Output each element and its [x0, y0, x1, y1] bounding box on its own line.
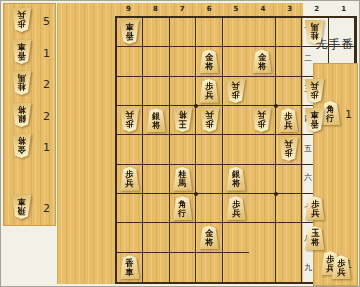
square-8-8[interactable]: [143, 223, 169, 252]
square-7-7[interactable]: 角行: [170, 194, 196, 223]
square-9-1[interactable]: 香車: [117, 18, 143, 47]
square-4-2[interactable]: 金将: [249, 47, 275, 76]
gote-piece-香車[interactable]: 香車: [11, 40, 32, 64]
square-3-4[interactable]: 歩兵: [276, 106, 302, 135]
piece-face: 銀将: [146, 108, 167, 132]
shogi-app-window: 歩兵5香車1桂馬2銀将2金将1飛車2 987654321 香車桂馬金将金将歩兵歩…: [0, 0, 360, 287]
gote-piece-歩兵[interactable]: 歩兵: [199, 108, 220, 132]
square-8-9[interactable]: [143, 253, 169, 282]
square-2-1[interactable]: 桂馬: [302, 18, 328, 47]
file-label-4: 4: [249, 4, 276, 15]
rank-label-9: 九: [303, 252, 313, 282]
piece-face: 香車: [119, 255, 140, 279]
piece-kanji: 歩: [232, 90, 240, 99]
square-4-6[interactable]: [249, 165, 275, 194]
piece-face: 歩兵: [278, 108, 299, 132]
gote-piece-金将[interactable]: 金将: [11, 134, 32, 158]
shogi-board: 987654321 香車桂馬金将金将歩兵歩兵歩兵歩兵銀将王将歩兵歩兵歩兵香車歩兵…: [57, 3, 303, 284]
gote-piece-歩兵[interactable]: 歩兵: [304, 79, 325, 103]
square-9-4[interactable]: 歩兵: [117, 106, 143, 135]
square-8-7[interactable]: [143, 194, 169, 223]
square-3-9[interactable]: [276, 253, 302, 282]
square-5-3[interactable]: 歩兵: [223, 77, 249, 106]
gote-piece-香車[interactable]: 香車: [304, 108, 325, 132]
piece-kanji: 歩: [126, 120, 134, 129]
piece-face: 歩兵: [119, 108, 140, 132]
piece-kanji: 将: [311, 238, 319, 247]
square-8-5[interactable]: [143, 135, 169, 164]
square-4-7[interactable]: [249, 194, 275, 223]
piece-kanji: 桂: [311, 32, 319, 41]
piece-face: 歩兵: [278, 137, 299, 161]
square-6-2[interactable]: 金将: [196, 47, 222, 76]
square-5-8[interactable]: [223, 223, 249, 252]
piece-kanji: 将: [232, 179, 240, 188]
piece-face: 王将: [172, 108, 193, 132]
square-8-3[interactable]: [143, 77, 169, 106]
square-7-2[interactable]: [170, 47, 196, 76]
piece-kanji: 馬: [311, 23, 319, 32]
piece-kanji: 兵: [337, 268, 345, 277]
sente-piece-歩兵[interactable]: 歩兵: [331, 255, 352, 279]
piece-kanji: 兵: [232, 81, 240, 90]
captured-gote-飛車[interactable]: 飛車2: [4, 195, 55, 223]
square-2-8[interactable]: 玉将: [302, 223, 328, 252]
piece-kanji: 行: [326, 114, 334, 123]
square-1-9[interactable]: 歩兵: [329, 253, 355, 282]
sente-piece-歩兵[interactable]: 歩兵: [199, 79, 220, 103]
piece-kanji: 将: [17, 137, 25, 146]
captured-count: 2: [43, 110, 50, 123]
rank-label-6: 六: [303, 163, 313, 193]
piece-kanji: 将: [152, 121, 160, 130]
square-6-1[interactable]: [196, 18, 222, 47]
gote-piece-歩兵[interactable]: 歩兵: [251, 108, 272, 132]
piece-face: 歩兵: [304, 196, 325, 220]
square-6-8[interactable]: 金将: [196, 223, 222, 252]
square-3-8[interactable]: [276, 223, 302, 252]
piece-kanji: 兵: [126, 179, 134, 188]
piece-kanji: 歩: [17, 20, 25, 29]
sente-piece-角行[interactable]: 角行: [172, 196, 193, 220]
piece-face: 金将: [251, 49, 272, 73]
gote-piece-飛車[interactable]: 飛車: [11, 195, 32, 219]
piece-face: 香車: [304, 108, 325, 132]
rank-label-5: 五: [303, 133, 313, 163]
gote-piece-歩兵[interactable]: 歩兵: [278, 137, 299, 161]
piece-kanji: 歩: [205, 120, 213, 129]
sente-piece-歩兵[interactable]: 歩兵: [278, 108, 299, 132]
square-9-8[interactable]: [117, 223, 143, 252]
square-3-3[interactable]: [276, 77, 302, 106]
sente-piece-玉将[interactable]: 玉将: [304, 226, 325, 250]
square-5-4[interactable]: [223, 106, 249, 135]
captured-gote-香車[interactable]: 香車1: [4, 40, 55, 68]
file-label-9: 9: [115, 4, 142, 15]
piece-face: 歩兵: [225, 79, 246, 103]
captured-count: 1: [345, 108, 352, 121]
captured-count: 2: [43, 78, 50, 91]
piece-kanji: 兵: [311, 209, 319, 218]
sente-piece-桂馬[interactable]: 桂馬: [172, 167, 193, 191]
gote-piece-香車[interactable]: 香車: [119, 20, 140, 44]
square-7-6[interactable]: 桂馬: [170, 165, 196, 194]
sente-piece-歩兵[interactable]: 歩兵: [304, 196, 325, 220]
square-3-2[interactable]: [276, 47, 302, 76]
sente-piece-金将[interactable]: 金将: [251, 49, 272, 73]
piece-kanji: 香: [126, 32, 134, 41]
piece-kanji: 将: [205, 238, 213, 247]
captured-count: 2: [43, 202, 50, 215]
square-9-5[interactable]: [117, 135, 143, 164]
square-2-3[interactable]: 歩兵: [302, 77, 328, 106]
square-5-7[interactable]: 歩兵: [223, 194, 249, 223]
piece-kanji: 将: [17, 106, 25, 115]
hoshi-dot: [274, 192, 278, 196]
square-7-3[interactable]: [170, 77, 196, 106]
piece-kanji: 桂: [17, 83, 25, 92]
sente-piece-金将[interactable]: 金将: [199, 49, 220, 73]
piece-face: 銀将: [11, 103, 32, 127]
sente-piece-銀将[interactable]: 銀将: [146, 108, 167, 132]
square-3-7[interactable]: [276, 194, 302, 223]
square-5-1[interactable]: [223, 18, 249, 47]
square-8-6[interactable]: [143, 165, 169, 194]
piece-kanji: 車: [17, 198, 25, 207]
piece-kanji: 車: [126, 23, 134, 32]
file-label-1: 1: [330, 4, 357, 15]
sente-piece-香車[interactable]: 香車: [119, 255, 140, 279]
piece-kanji: 歩: [258, 120, 266, 129]
square-7-8[interactable]: [170, 223, 196, 252]
piece-face: 歩兵: [304, 79, 325, 103]
square-8-1[interactable]: [143, 18, 169, 47]
gote-captured-tray: 歩兵5香車1桂馬2銀将2金将1飛車2: [3, 3, 56, 226]
piece-kanji: 馬: [179, 179, 187, 188]
square-4-8[interactable]: [249, 223, 275, 252]
piece-kanji: 金: [17, 146, 25, 155]
piece-face: 玉将: [304, 226, 325, 250]
square-5-6[interactable]: 銀将: [223, 165, 249, 194]
square-8-4[interactable]: 銀将: [143, 106, 169, 135]
captured-count: 1: [43, 141, 50, 154]
piece-face: 桂馬: [304, 20, 325, 44]
piece-kanji: 兵: [17, 11, 25, 20]
piece-kanji: 飛: [17, 207, 25, 216]
piece-kanji: 車: [311, 111, 319, 120]
piece-face: 歩兵: [119, 167, 140, 191]
file-label-3: 3: [276, 4, 303, 15]
captured-count: 5: [43, 15, 50, 28]
file-label-8: 8: [142, 4, 169, 15]
piece-kanji: 兵: [205, 111, 213, 120]
sente-piece-歩兵[interactable]: 歩兵: [225, 196, 246, 220]
square-6-7[interactable]: [196, 194, 222, 223]
square-9-7[interactable]: [117, 194, 143, 223]
captured-gote-桂馬[interactable]: 桂馬2: [4, 71, 55, 99]
square-7-4[interactable]: 王将: [170, 106, 196, 135]
square-6-3[interactable]: 歩兵: [196, 77, 222, 106]
sente-piece-銀将[interactable]: 銀将: [225, 167, 246, 191]
square-9-3[interactable]: [117, 77, 143, 106]
square-9-2[interactable]: [117, 47, 143, 76]
gote-piece-歩兵[interactable]: 歩兵: [225, 79, 246, 103]
square-2-7[interactable]: 歩兵: [302, 194, 328, 223]
piece-face: 香車: [11, 40, 32, 64]
piece-kanji: 兵: [126, 111, 134, 120]
gote-piece-桂馬[interactable]: 桂馬: [304, 20, 325, 44]
square-2-4[interactable]: 香車: [302, 106, 328, 135]
piece-face: 銀将: [225, 167, 246, 191]
piece-kanji: 兵: [284, 121, 292, 130]
piece-kanji: 歩: [284, 149, 292, 158]
piece-kanji: 兵: [232, 209, 240, 218]
piece-kanji: 行: [179, 209, 187, 218]
square-4-1[interactable]: [249, 18, 275, 47]
square-4-9[interactable]: [249, 253, 275, 282]
piece-kanji: 兵: [258, 111, 266, 120]
piece-face: 歩兵: [251, 108, 272, 132]
square-4-5[interactable]: [249, 135, 275, 164]
piece-face: 角行: [172, 196, 193, 220]
square-5-5[interactable]: [223, 135, 249, 164]
file-label-7: 7: [169, 4, 196, 15]
piece-face: 歩兵: [11, 8, 32, 32]
piece-kanji: 車: [126, 268, 134, 277]
piece-kanji: 兵: [205, 91, 213, 100]
file-coordinates: 987654321: [115, 4, 357, 15]
piece-kanji: 車: [17, 43, 25, 52]
piece-kanji: 将: [179, 111, 187, 120]
file-label-6: 6: [196, 4, 223, 15]
sente-piece-金将[interactable]: 金将: [199, 225, 220, 249]
piece-face: 歩兵: [225, 196, 246, 220]
square-9-6[interactable]: 歩兵: [117, 165, 143, 194]
square-3-6[interactable]: [276, 165, 302, 194]
square-9-9[interactable]: 香車: [117, 253, 143, 282]
piece-kanji: 兵: [311, 81, 319, 90]
square-6-9[interactable]: [196, 253, 222, 282]
piece-kanji: 銀: [17, 115, 25, 124]
square-6-6[interactable]: [196, 165, 222, 194]
square-6-4[interactable]: 歩兵: [196, 106, 222, 135]
piece-face: 歩兵: [199, 79, 220, 103]
piece-face: 金将: [11, 134, 32, 158]
square-7-1[interactable]: [170, 18, 196, 47]
gote-piece-王将[interactable]: 王将: [172, 108, 193, 132]
piece-face: 金将: [199, 225, 220, 249]
piece-kanji: 兵: [284, 140, 292, 149]
square-5-2[interactable]: [223, 47, 249, 76]
piece-kanji: 馬: [17, 74, 25, 83]
captured-gote-金将[interactable]: 金将1: [4, 134, 55, 162]
file-label-5: 5: [223, 4, 250, 15]
square-4-3[interactable]: [249, 77, 275, 106]
piece-face: 飛車: [11, 195, 32, 219]
gote-piece-銀将[interactable]: 銀将: [11, 103, 32, 127]
piece-face: 歩兵: [331, 255, 352, 279]
piece-kanji: 将: [205, 62, 213, 71]
gote-piece-桂馬[interactable]: 桂馬: [11, 71, 32, 95]
piece-kanji: 王: [179, 120, 187, 129]
piece-face: 桂馬: [11, 71, 32, 95]
captured-gote-歩兵[interactable]: 歩兵5: [4, 8, 55, 36]
square-7-5[interactable]: [170, 135, 196, 164]
square-7-9[interactable]: [170, 253, 196, 282]
square-4-4[interactable]: 歩兵: [249, 106, 275, 135]
square-6-5[interactable]: [196, 135, 222, 164]
square-3-1[interactable]: [276, 18, 302, 47]
sente-piece-歩兵[interactable]: 歩兵: [119, 167, 140, 191]
piece-face: 桂馬: [172, 167, 193, 191]
piece-kanji: 歩: [311, 90, 319, 99]
square-8-2[interactable]: [143, 47, 169, 76]
captured-count: 1: [43, 47, 50, 60]
piece-kanji: 香: [17, 52, 25, 61]
piece-kanji: 将: [258, 62, 266, 71]
hoshi-dot: [194, 192, 198, 196]
square-3-5[interactable]: 歩兵: [276, 135, 302, 164]
gote-piece-歩兵[interactable]: 歩兵: [119, 108, 140, 132]
square-5-9[interactable]: [223, 253, 249, 282]
piece-kanji: 香: [311, 120, 319, 129]
captured-gote-銀将[interactable]: 銀将2: [4, 103, 55, 131]
piece-face: 歩兵: [199, 108, 220, 132]
piece-face: 香車: [119, 20, 140, 44]
piece-face: 金将: [199, 49, 220, 73]
gote-piece-歩兵[interactable]: 歩兵: [11, 8, 32, 32]
